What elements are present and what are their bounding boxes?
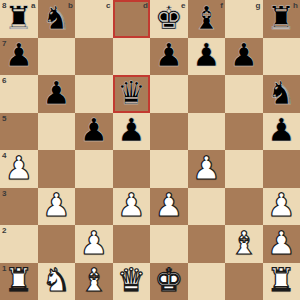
square-f7[interactable]: ♟ [188, 38, 226, 76]
square-g5[interactable] [225, 113, 263, 151]
square-f8[interactable]: f♝ [188, 0, 226, 38]
square-b2[interactable] [38, 225, 76, 263]
piece-black-pawn[interactable]: ♟ [229, 39, 258, 71]
square-a2[interactable]: 2 [0, 225, 38, 263]
piece-white-king[interactable]: ♚ [154, 264, 183, 296]
square-a8[interactable]: 8a♜ [0, 0, 38, 38]
square-h6[interactable]: ♞ [263, 75, 301, 113]
square-b4[interactable] [38, 150, 76, 188]
piece-white-pawn[interactable]: ♟ [154, 189, 183, 221]
square-b6[interactable]: ♟ [38, 75, 76, 113]
square-f6[interactable] [188, 75, 226, 113]
coord-file-f: f [220, 2, 223, 10]
square-h1[interactable]: ♜ [263, 263, 301, 300]
square-f1[interactable] [188, 263, 226, 300]
square-g7[interactable]: ♟ [225, 38, 263, 76]
piece-black-pawn[interactable]: ♟ [267, 114, 296, 146]
piece-black-pawn[interactable]: ♟ [79, 114, 108, 146]
piece-white-rook[interactable]: ♜ [4, 264, 33, 296]
square-f2[interactable] [188, 225, 226, 263]
square-c1[interactable]: ♝ [75, 263, 113, 300]
square-e4[interactable] [150, 150, 188, 188]
coord-rank-5: 5 [2, 115, 6, 123]
square-g6[interactable] [225, 75, 263, 113]
chess-board: 8a♜b♞cde♚f♝gh♜7♟♟♟♟6♟♛♞5♟♟♟4♟♟3♟♟♟♟2♟♝♟1… [0, 0, 300, 300]
square-d8[interactable]: d [113, 0, 151, 38]
square-d7[interactable] [113, 38, 151, 76]
square-c3[interactable] [75, 188, 113, 226]
piece-white-pawn[interactable]: ♟ [117, 189, 146, 221]
square-b1[interactable]: ♞ [38, 263, 76, 300]
square-c7[interactable] [75, 38, 113, 76]
square-g2[interactable]: ♝ [225, 225, 263, 263]
square-h4[interactable] [263, 150, 301, 188]
square-a6[interactable]: 6 [0, 75, 38, 113]
square-d6[interactable]: ♛ [113, 75, 151, 113]
square-a3[interactable]: 3 [0, 188, 38, 226]
piece-white-pawn[interactable]: ♟ [42, 189, 71, 221]
square-d2[interactable] [113, 225, 151, 263]
square-g3[interactable] [225, 188, 263, 226]
coord-file-d: d [143, 2, 148, 10]
piece-white-queen[interactable]: ♛ [117, 264, 146, 296]
piece-black-pawn[interactable]: ♟ [154, 39, 183, 71]
square-h3[interactable]: ♟ [263, 188, 301, 226]
square-e6[interactable] [150, 75, 188, 113]
piece-black-pawn[interactable]: ♟ [117, 114, 146, 146]
square-f5[interactable] [188, 113, 226, 151]
piece-black-knight[interactable]: ♞ [42, 2, 71, 34]
square-a4[interactable]: 4♟ [0, 150, 38, 188]
square-h7[interactable] [263, 38, 301, 76]
piece-white-rook[interactable]: ♜ [267, 264, 296, 296]
piece-white-bishop[interactable]: ♝ [79, 264, 108, 296]
piece-black-king[interactable]: ♚ [154, 2, 183, 34]
piece-black-rook[interactable]: ♜ [267, 2, 296, 34]
square-h8[interactable]: h♜ [263, 0, 301, 38]
square-c5[interactable]: ♟ [75, 113, 113, 151]
square-e1[interactable]: ♚ [150, 263, 188, 300]
square-a7[interactable]: 7♟ [0, 38, 38, 76]
square-e3[interactable]: ♟ [150, 188, 188, 226]
square-d4[interactable] [113, 150, 151, 188]
square-e2[interactable] [150, 225, 188, 263]
square-c6[interactable] [75, 75, 113, 113]
piece-black-pawn[interactable]: ♟ [192, 39, 221, 71]
square-e5[interactable] [150, 113, 188, 151]
square-e8[interactable]: e♚ [150, 0, 188, 38]
piece-white-pawn[interactable]: ♟ [79, 227, 108, 259]
piece-black-pawn[interactable]: ♟ [4, 39, 33, 71]
square-e7[interactable]: ♟ [150, 38, 188, 76]
coord-rank-3: 3 [2, 190, 6, 198]
coord-rank-2: 2 [2, 227, 6, 235]
piece-black-rook[interactable]: ♜ [4, 2, 33, 34]
square-b3[interactable]: ♟ [38, 188, 76, 226]
square-g1[interactable] [225, 263, 263, 300]
square-a1[interactable]: 1♜ [0, 263, 38, 300]
square-d1[interactable]: ♛ [113, 263, 151, 300]
square-b5[interactable] [38, 113, 76, 151]
piece-white-knight[interactable]: ♞ [42, 264, 71, 296]
square-g8[interactable]: g [225, 0, 263, 38]
piece-black-pawn[interactable]: ♟ [42, 77, 71, 109]
piece-black-bishop[interactable]: ♝ [192, 2, 221, 34]
square-d5[interactable]: ♟ [113, 113, 151, 151]
square-f4[interactable]: ♟ [188, 150, 226, 188]
coord-file-c: c [106, 2, 110, 10]
piece-black-knight[interactable]: ♞ [267, 77, 296, 109]
square-g4[interactable] [225, 150, 263, 188]
coord-file-g: g [256, 2, 261, 10]
square-c2[interactable]: ♟ [75, 225, 113, 263]
piece-white-pawn[interactable]: ♟ [4, 152, 33, 184]
piece-white-bishop[interactable]: ♝ [229, 227, 258, 259]
piece-white-pawn[interactable]: ♟ [267, 227, 296, 259]
square-c4[interactable] [75, 150, 113, 188]
piece-black-queen[interactable]: ♛ [117, 77, 146, 109]
square-h5[interactable]: ♟ [263, 113, 301, 151]
square-c8[interactable]: c [75, 0, 113, 38]
square-b8[interactable]: b♞ [38, 0, 76, 38]
square-b7[interactable] [38, 38, 76, 76]
square-d3[interactable]: ♟ [113, 188, 151, 226]
square-a5[interactable]: 5 [0, 113, 38, 151]
square-f3[interactable] [188, 188, 226, 226]
square-h2[interactable]: ♟ [263, 225, 301, 263]
piece-white-pawn[interactable]: ♟ [192, 152, 221, 184]
piece-white-pawn[interactable]: ♟ [267, 189, 296, 221]
coord-rank-6: 6 [2, 77, 6, 85]
